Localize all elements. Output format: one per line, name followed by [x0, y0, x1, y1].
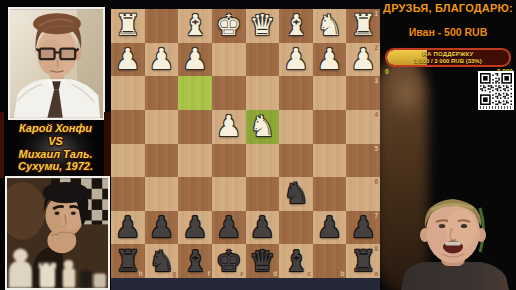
rank-label-7: 7	[374, 212, 378, 219]
square-f1: ♝	[178, 9, 212, 43]
square-g1	[145, 9, 179, 43]
square-e2	[212, 43, 246, 77]
piece-black-pawn: ♟	[246, 211, 280, 245]
square-b4	[313, 110, 347, 144]
square-h3	[111, 76, 145, 110]
file-label-h: h	[139, 270, 143, 277]
square-a1: ♜1	[346, 9, 380, 43]
square-c2: ♟	[279, 43, 313, 77]
square-e5	[212, 144, 246, 178]
photo-karoly-honfi	[8, 7, 105, 120]
left-panel: Карой Хонфи VS Михаил Таль. Сухуми, 1972…	[0, 0, 111, 290]
support-progress-bar: НА ПОДДЕРЖКУ 1 000 / 3 000 RUB (33%)	[385, 48, 511, 67]
square-g3	[145, 76, 179, 110]
square-d5	[246, 144, 280, 178]
rank-label-2: 2	[374, 44, 378, 51]
piece-white-queen: ♛	[246, 9, 280, 43]
piece-white-pawn: ♟	[145, 43, 179, 77]
square-f7: ♟	[178, 211, 212, 245]
piece-white-pawn: ♟	[313, 43, 347, 77]
square-b3	[313, 76, 347, 110]
chess-board: ♜♝♚♛♝♞♜1♟♟♟♟♟♟23♟♞45♞6♟♟♟♟♟♟♟7♜h♞g♝f♚e♛d…	[111, 9, 380, 278]
square-a8: ♜8a	[346, 244, 380, 278]
square-f6	[178, 177, 212, 211]
piece-white-rook: ♜	[111, 9, 145, 43]
square-h2: ♟	[111, 43, 145, 77]
square-e8: ♚e	[212, 244, 246, 278]
square-f8: ♝f	[178, 244, 212, 278]
piece-black-pawn: ♟	[313, 211, 347, 245]
piece-black-knight: ♞	[279, 177, 313, 211]
square-d4: ♞	[246, 110, 280, 144]
caption-black-player: Михаил Таль.	[0, 148, 111, 161]
square-e1: ♚	[212, 9, 246, 43]
square-c7	[279, 211, 313, 245]
rank-label-6: 6	[374, 178, 378, 185]
square-e3	[212, 76, 246, 110]
progress-axis-min: 0	[385, 68, 389, 75]
piece-white-pawn: ♟	[178, 43, 212, 77]
square-a7: ♟7	[346, 211, 380, 245]
tal-portrait-illustration	[7, 178, 108, 288]
caption-white-player: Карой Хонфи	[0, 122, 111, 135]
square-d2	[246, 43, 280, 77]
square-g4	[145, 110, 179, 144]
piece-black-pawn: ♟	[145, 211, 179, 245]
file-label-c: c	[307, 270, 311, 277]
square-e7: ♟	[212, 211, 246, 245]
rank-label-5: 5	[374, 145, 378, 152]
square-g5	[145, 144, 179, 178]
square-h5	[111, 144, 145, 178]
piece-white-knight: ♞	[246, 110, 280, 144]
file-label-a: a	[374, 270, 378, 277]
piece-black-pawn: ♟	[212, 211, 246, 245]
file-label-g: g	[172, 270, 176, 277]
rank-label-4: 4	[374, 111, 378, 118]
square-a5: 5	[346, 144, 380, 178]
board-bottom-edge	[111, 278, 380, 290]
caption-vs: VS	[0, 135, 111, 148]
square-a3: 3	[346, 76, 380, 110]
file-label-e: e	[240, 270, 244, 277]
square-c1: ♝	[279, 9, 313, 43]
piece-white-king: ♚	[212, 9, 246, 43]
piece-white-bishop: ♝	[178, 9, 212, 43]
square-a4: 4	[346, 110, 380, 144]
qr-code	[478, 71, 514, 110]
square-b1: ♞	[313, 9, 347, 43]
progress-value: 1 000 / 3 000 RUB (33%)	[387, 58, 509, 64]
square-d3	[246, 76, 280, 110]
square-a6: 6	[346, 177, 380, 211]
square-c8: ♝c	[279, 244, 313, 278]
honfi-portrait-illustration	[10, 9, 103, 118]
square-g7: ♟	[145, 211, 179, 245]
square-c4	[279, 110, 313, 144]
square-h1: ♜	[111, 9, 145, 43]
right-panel: ДРУЗЬЯ, БЛАГОДАРЮ: Иван - 500 RUB НА ПОД…	[380, 0, 516, 290]
piece-white-knight: ♞	[313, 9, 347, 43]
square-b2: ♟	[313, 43, 347, 77]
square-d6	[246, 177, 280, 211]
piece-white-pawn: ♟	[111, 43, 145, 77]
square-g2: ♟	[145, 43, 179, 77]
piece-white-bishop: ♝	[279, 9, 313, 43]
square-g8: ♞g	[145, 244, 179, 278]
match-caption: Карой Хонфи VS Михаил Таль. Сухуми, 1972…	[0, 122, 111, 173]
square-a2: ♟2	[346, 43, 380, 77]
stream-frame: Карой Хонфи VS Михаил Таль. Сухуми, 1972…	[0, 0, 516, 290]
square-c3	[279, 76, 313, 110]
qr-caption	[480, 106, 512, 109]
file-label-d: d	[273, 270, 277, 277]
piece-white-pawn: ♟	[279, 43, 313, 77]
progress-text: НА ПОДДЕРЖКУ 1 000 / 3 000 RUB (33%)	[387, 50, 509, 65]
square-b8: b	[313, 244, 347, 278]
file-label-b: b	[340, 270, 344, 277]
square-d7: ♟	[246, 211, 280, 245]
square-e6	[212, 177, 246, 211]
square-h8: ♜h	[111, 244, 145, 278]
piece-white-pawn: ♟	[212, 110, 246, 144]
qr-pattern	[480, 73, 512, 105]
file-label-f: f	[208, 270, 210, 277]
square-d1: ♛	[246, 9, 280, 43]
square-c5	[279, 144, 313, 178]
photo-mikhail-tal	[5, 176, 110, 290]
donation-title: ДРУЗЬЯ, БЛАГОДАРЮ:	[380, 2, 516, 14]
rank-label-8: 8	[374, 245, 378, 252]
streamer-webcam	[395, 192, 516, 290]
square-h7: ♟	[111, 211, 145, 245]
donor-entry: Иван - 500 RUB	[380, 26, 516, 38]
square-f3	[178, 76, 212, 110]
rank-label-1: 1	[374, 10, 378, 17]
square-b7: ♟	[313, 211, 347, 245]
rank-label-3: 3	[374, 77, 378, 84]
piece-black-pawn: ♟	[178, 211, 212, 245]
square-b6	[313, 177, 347, 211]
square-g6	[145, 177, 179, 211]
caption-event: Сухуми, 1972.	[0, 160, 111, 173]
square-e4: ♟	[212, 110, 246, 144]
square-h4	[111, 110, 145, 144]
square-f2: ♟	[178, 43, 212, 77]
piece-black-pawn: ♟	[111, 211, 145, 245]
webcam-blur-highlight	[388, 70, 424, 118]
square-f4	[178, 110, 212, 144]
square-b5	[313, 144, 347, 178]
square-h6	[111, 177, 145, 211]
square-c6: ♞	[279, 177, 313, 211]
square-d8: ♛d	[246, 244, 280, 278]
progress-label: НА ПОДДЕРЖКУ	[387, 51, 509, 58]
square-f5	[178, 144, 212, 178]
